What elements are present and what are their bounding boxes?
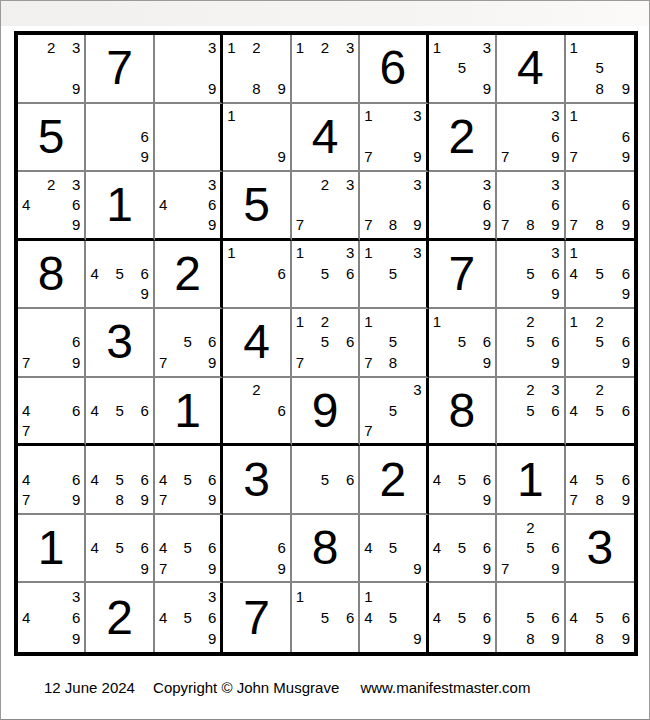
candidate-empty (570, 380, 590, 400)
cell-r7c6[interactable]: 2 (360, 446, 428, 515)
cell-r3c9[interactable]: 6789 (566, 172, 634, 241)
candidate-empty (335, 448, 354, 469)
candidate-9: 9 (472, 352, 491, 373)
candidate-empty (227, 380, 246, 400)
candidate-6: 6 (472, 332, 491, 353)
cell-r4c9[interactable]: 14569 (566, 241, 634, 310)
candidate-8: 8 (383, 352, 402, 373)
cell-r4c7[interactable]: 7 (429, 241, 497, 310)
candidate-5: 5 (110, 263, 129, 284)
cell-r3c2[interactable]: 1 (86, 172, 154, 241)
candidate-empty (570, 126, 590, 147)
candidate-2: 2 (521, 517, 540, 538)
candidate-5: 5 (110, 400, 129, 420)
candidate-empty (227, 400, 246, 420)
candidate-9: 9 (266, 558, 285, 579)
candidate-5: 5 (452, 332, 471, 353)
candidate-empty (90, 558, 109, 579)
candidate-empty (110, 126, 129, 147)
candidate-4: 4 (364, 537, 383, 558)
candidate-empty (610, 585, 630, 606)
candidate-empty (540, 585, 559, 606)
candidate-empty (247, 58, 266, 79)
candidate-3: 3 (540, 380, 559, 400)
cell-r4c5[interactable]: 1356 (292, 241, 360, 310)
cell-r9c8[interactable]: 5689 (497, 583, 565, 652)
candidate-empty (570, 174, 590, 194)
cell-r6c5[interactable]: 9 (292, 378, 360, 447)
cell-r9c3[interactable]: 34569 (155, 583, 223, 652)
cell-r7c3[interactable]: 45679 (155, 446, 223, 515)
candidate-empty (296, 194, 315, 214)
candidate-3: 3 (472, 37, 491, 58)
candidate-empty (178, 78, 197, 99)
candidate-5: 5 (383, 332, 402, 353)
cell-r5c5[interactable]: 12567 (292, 309, 360, 378)
cell-r7c4[interactable]: 3 (223, 446, 291, 515)
candidate-empty (364, 332, 383, 353)
cell-value: 7 (86, 35, 152, 102)
candidate-empty (61, 58, 80, 79)
candidate-empty (41, 214, 60, 234)
cell-r4c1[interactable]: 8 (18, 241, 86, 310)
cell-r5c4[interactable]: 4 (223, 309, 291, 378)
candidate-empty (227, 263, 246, 284)
candidate-9: 9 (197, 558, 216, 579)
cell-r4c6[interactable]: 135 (360, 241, 428, 310)
candidate-7: 7 (570, 147, 590, 168)
cell-candidates: 1379 (364, 106, 421, 168)
cell-r9c4[interactable]: 7 (223, 583, 291, 652)
cell-candidates: 16 (227, 243, 285, 305)
cell-r8c7[interactable]: 4569 (429, 515, 497, 584)
candidate-empty (315, 243, 334, 264)
candidate-empty (41, 607, 60, 628)
cell-r2c5[interactable]: 4 (292, 104, 360, 173)
cell-r8c8[interactable]: 25679 (497, 515, 565, 584)
cell-r5c6[interactable]: 1578 (360, 309, 428, 378)
candidate-empty (178, 37, 197, 58)
candidate-empty (90, 489, 109, 510)
candidate-empty (433, 214, 452, 234)
candidate-empty (159, 214, 178, 234)
candidate-6: 6 (540, 263, 559, 284)
candidate-empty (159, 585, 178, 606)
candidate-empty (22, 311, 41, 332)
candidate-empty (501, 585, 520, 606)
candidate-empty (610, 243, 630, 264)
candidate-5: 5 (178, 607, 197, 628)
candidate-9: 9 (472, 214, 491, 234)
cell-r3c4[interactable]: 5 (223, 172, 291, 241)
candidate-5: 5 (383, 537, 402, 558)
candidate-empty (570, 58, 590, 79)
candidate-3: 3 (197, 585, 216, 606)
candidate-4: 4 (433, 607, 452, 628)
cell-r8c3[interactable]: 45679 (155, 515, 223, 584)
candidate-empty (452, 585, 471, 606)
cell-r5c1[interactable]: 679 (18, 309, 86, 378)
cell-r2c7[interactable]: 2 (429, 104, 497, 173)
candidate-empty (403, 311, 422, 332)
candidate-empty (110, 380, 129, 400)
candidate-7: 7 (296, 214, 315, 234)
cell-r8c1[interactable]: 1 (18, 515, 86, 584)
cell-candidates: 45679 (159, 517, 216, 579)
candidate-empty (315, 489, 334, 510)
cell-candidates: 2356 (501, 380, 559, 441)
candidate-empty (178, 517, 197, 538)
cell-r8c6[interactable]: 459 (360, 515, 428, 584)
cell-r2c2[interactable]: 69 (86, 104, 154, 173)
candidate-9: 9 (403, 214, 422, 234)
candidate-empty (590, 194, 610, 214)
candidate-empty (159, 37, 178, 58)
candidate-8: 8 (590, 489, 610, 510)
candidate-6: 6 (197, 469, 216, 490)
cell-r1c4[interactable]: 1289 (223, 35, 291, 104)
candidate-empty (433, 194, 452, 214)
candidate-empty (501, 263, 520, 284)
cell-r3c1[interactable]: 23469 (18, 172, 86, 241)
candidate-4: 4 (159, 194, 178, 214)
candidate-6: 6 (335, 469, 354, 490)
cell-r3c5[interactable]: 237 (292, 172, 360, 241)
cell-r1c1[interactable]: 239 (18, 35, 86, 104)
cell-r2c1[interactable]: 5 (18, 104, 86, 173)
candidate-4: 4 (90, 537, 109, 558)
candidate-6: 6 (197, 194, 216, 214)
candidate-empty (22, 628, 41, 649)
candidate-empty (178, 311, 197, 332)
candidate-empty (610, 448, 630, 469)
candidate-2: 2 (521, 311, 540, 332)
cell-value: 1 (155, 378, 220, 444)
candidate-empty (41, 311, 60, 332)
candidate-9: 9 (197, 489, 216, 510)
candidate-empty (403, 352, 422, 373)
cell-candidates: 1289 (227, 37, 285, 99)
cell-r2c6[interactable]: 1379 (360, 104, 428, 173)
candidate-5: 5 (315, 607, 334, 628)
cell-r6c9[interactable]: 2456 (566, 378, 634, 447)
cell-value: 2 (155, 241, 220, 308)
candidate-empty (521, 585, 540, 606)
candidate-empty (22, 37, 41, 58)
candidate-empty (41, 78, 60, 99)
candidate-5: 5 (521, 607, 540, 628)
candidate-empty (335, 194, 354, 214)
candidate-empty (452, 628, 471, 649)
cell-r5c2[interactable]: 3 (86, 309, 154, 378)
candidate-empty (296, 489, 315, 510)
cell-r7c5[interactable]: 56 (292, 446, 360, 515)
candidate-empty (364, 126, 383, 147)
cell-candidates: 4569 (90, 243, 148, 305)
candidate-empty (452, 78, 471, 99)
candidate-6: 6 (610, 332, 630, 353)
cell-r9c7[interactable]: 4569 (429, 583, 497, 652)
cell-candidates: 4569 (433, 585, 491, 649)
candidate-empty (110, 147, 129, 168)
cell-r7c2[interactable]: 45689 (86, 446, 154, 515)
candidate-9: 9 (472, 628, 491, 649)
candidate-5: 5 (590, 607, 610, 628)
candidate-6: 6 (129, 126, 148, 147)
cell-r9c1[interactable]: 3469 (18, 583, 86, 652)
candidate-6: 6 (610, 263, 630, 284)
cell-r5c7[interactable]: 1569 (429, 309, 497, 378)
candidate-6: 6 (61, 400, 80, 420)
candidate-6: 6 (335, 607, 354, 628)
candidate-empty (383, 311, 402, 332)
candidate-4: 4 (570, 469, 590, 490)
candidate-9: 9 (129, 284, 148, 305)
candidate-empty (159, 311, 178, 332)
candidate-6: 6 (472, 537, 491, 558)
candidate-5: 5 (383, 400, 402, 420)
cell-r6c2[interactable]: 456 (86, 378, 154, 447)
candidate-empty (521, 352, 540, 373)
candidate-empty (590, 126, 610, 147)
cell-r7c9[interactable]: 456789 (566, 446, 634, 515)
candidate-3: 3 (197, 37, 216, 58)
candidate-1: 1 (570, 106, 590, 127)
candidate-empty (110, 558, 129, 579)
cell-value: 3 (566, 515, 634, 582)
cell-r5c8[interactable]: 2569 (497, 309, 565, 378)
cell-r6c4[interactable]: 26 (223, 378, 291, 447)
candidate-9: 9 (61, 352, 80, 373)
cell-value: 3 (223, 446, 289, 513)
candidate-empty (41, 628, 60, 649)
candidate-empty (266, 284, 285, 305)
candidate-5: 5 (383, 263, 402, 284)
candidate-9: 9 (61, 489, 80, 510)
candidate-empty (610, 58, 630, 79)
candidate-9: 9 (403, 628, 422, 649)
cell-r7c1[interactable]: 4679 (18, 446, 86, 515)
cell-candidates: 3469 (159, 174, 216, 235)
cell-r2c3[interactable] (155, 104, 223, 173)
cell-r6c1[interactable]: 467 (18, 378, 86, 447)
cell-value: 4 (497, 35, 563, 102)
candidate-empty (178, 558, 197, 579)
candidate-7: 7 (364, 352, 383, 373)
cell-candidates: 14569 (570, 243, 630, 305)
candidate-empty (364, 284, 383, 305)
cell-r2c4[interactable]: 19 (223, 104, 291, 173)
candidate-empty (570, 448, 590, 469)
cell-r7c7[interactable]: 4569 (429, 446, 497, 515)
cell-r8c5[interactable]: 8 (292, 515, 360, 584)
cell-r6c8[interactable]: 2356 (497, 378, 565, 447)
cell-r9c6[interactable]: 1459 (360, 583, 428, 652)
candidate-empty (296, 607, 315, 628)
cell-r3c7[interactable]: 369 (429, 172, 497, 241)
candidate-empty (266, 37, 285, 58)
candidate-empty (521, 420, 540, 440)
cell-r3c8[interactable]: 36789 (497, 172, 565, 241)
cell-candidates: 1356 (296, 243, 354, 305)
candidate-empty (247, 284, 266, 305)
candidate-empty (472, 517, 491, 538)
candidate-empty (247, 106, 266, 127)
cell-candidates: 3569 (501, 243, 559, 305)
candidate-empty (521, 106, 540, 127)
candidate-9: 9 (472, 558, 491, 579)
candidate-empty (501, 194, 520, 214)
candidate-7: 7 (22, 420, 41, 440)
candidate-empty (159, 517, 178, 538)
candidate-empty (61, 380, 80, 400)
candidate-1: 1 (227, 37, 246, 58)
cell-r2c9[interactable]: 1679 (566, 104, 634, 173)
candidate-empty (335, 628, 354, 649)
candidate-empty (197, 517, 216, 538)
cell-r9c5[interactable]: 156 (292, 583, 360, 652)
candidate-3: 3 (335, 37, 354, 58)
candidate-6: 6 (129, 400, 148, 420)
candidate-6: 6 (266, 400, 285, 420)
candidate-empty (364, 174, 383, 194)
candidate-empty (266, 58, 285, 79)
candidate-empty (433, 448, 452, 469)
cell-r8c4[interactable]: 69 (223, 515, 291, 584)
candidate-6: 6 (610, 607, 630, 628)
candidate-empty (433, 517, 452, 538)
candidate-2: 2 (41, 174, 60, 194)
cell-value: 7 (223, 583, 289, 652)
cell-r1c6[interactable]: 6 (360, 35, 428, 104)
candidate-9: 9 (266, 147, 285, 168)
candidate-empty (90, 420, 109, 440)
candidate-empty (178, 58, 197, 79)
cell-r4c8[interactable]: 3569 (497, 241, 565, 310)
candidate-empty (90, 147, 109, 168)
candidate-empty (227, 517, 246, 538)
candidate-3: 3 (197, 174, 216, 194)
cell-r1c8[interactable]: 4 (497, 35, 565, 104)
copyright-text: Copyright © John Musgrave (153, 679, 339, 696)
cell-r6c7[interactable]: 8 (429, 378, 497, 447)
candidate-5: 5 (110, 469, 129, 490)
cell-r1c5[interactable]: 123 (292, 35, 360, 104)
cell-r5c3[interactable]: 5679 (155, 309, 223, 378)
cell-r1c7[interactable]: 1359 (429, 35, 497, 104)
candidate-9: 9 (61, 78, 80, 99)
candidate-4: 4 (159, 469, 178, 490)
cell-r8c9[interactable]: 3 (566, 515, 634, 584)
candidate-1: 1 (570, 311, 590, 332)
candidate-empty (22, 78, 41, 99)
cell-candidates: 4569 (90, 517, 148, 579)
cell-value: 3 (86, 309, 152, 376)
candidate-empty (90, 284, 109, 305)
cell-r6c3[interactable]: 1 (155, 378, 223, 447)
candidate-7: 7 (570, 489, 590, 510)
cell-candidates: 1578 (364, 311, 421, 373)
cell-r3c3[interactable]: 3469 (155, 172, 223, 241)
candidate-empty (22, 380, 41, 400)
cell-r8c2[interactable]: 4569 (86, 515, 154, 584)
candidate-empty (472, 58, 491, 79)
candidate-6: 6 (472, 469, 491, 490)
candidate-7: 7 (501, 214, 520, 234)
website-text: www.manifestmaster.com (360, 679, 530, 696)
cell-r7c8[interactable]: 1 (497, 446, 565, 515)
candidate-6: 6 (61, 332, 80, 353)
candidate-empty (266, 126, 285, 147)
cell-r6c6[interactable]: 357 (360, 378, 428, 447)
candidate-empty (590, 37, 610, 58)
candidate-1: 1 (227, 243, 246, 264)
cell-r2c8[interactable]: 3679 (497, 104, 565, 173)
candidate-empty (41, 420, 60, 440)
cell-r5c9[interactable]: 12569 (566, 309, 634, 378)
cell-r1c2[interactable]: 7 (86, 35, 154, 104)
candidate-empty (296, 469, 315, 490)
candidate-empty (22, 58, 41, 79)
cell-value: 8 (429, 378, 495, 444)
candidate-9: 9 (197, 628, 216, 649)
candidate-empty (315, 78, 334, 99)
cell-candidates: 12567 (296, 311, 354, 373)
candidate-empty (296, 448, 315, 469)
candidate-empty (22, 332, 41, 353)
candidate-1: 1 (296, 243, 315, 264)
candidate-empty (197, 147, 216, 168)
cell-value: 7 (429, 241, 495, 308)
candidate-empty (159, 332, 178, 353)
cell-r1c9[interactable]: 1589 (566, 35, 634, 104)
candidate-4: 4 (364, 607, 383, 628)
cell-r4c4[interactable]: 16 (223, 241, 291, 310)
candidate-empty (227, 126, 246, 147)
candidate-empty (452, 194, 471, 214)
cell-r9c9[interactable]: 45689 (566, 583, 634, 652)
cell-r4c2[interactable]: 4569 (86, 241, 154, 310)
candidate-empty (227, 537, 246, 558)
candidate-2: 2 (41, 37, 60, 58)
candidate-empty (570, 628, 590, 649)
cell-r4c3[interactable]: 2 (155, 241, 223, 310)
candidate-empty (501, 628, 520, 649)
candidate-9: 9 (610, 284, 630, 305)
cell-candidates: 12569 (570, 311, 630, 373)
candidate-3: 3 (61, 174, 80, 194)
candidate-empty (22, 585, 41, 606)
candidate-empty (41, 448, 60, 469)
cell-r1c3[interactable]: 39 (155, 35, 223, 104)
candidate-6: 6 (129, 263, 148, 284)
candidate-empty (501, 517, 520, 538)
candidate-5: 5 (383, 607, 402, 628)
candidate-empty (335, 58, 354, 79)
candidate-1: 1 (296, 37, 315, 58)
candidate-4: 4 (22, 194, 41, 214)
cell-r9c2[interactable]: 2 (86, 583, 154, 652)
candidate-1: 1 (570, 37, 590, 58)
candidate-empty (197, 311, 216, 332)
cell-r3c6[interactable]: 3789 (360, 172, 428, 241)
cell-candidates: 4569 (433, 517, 491, 579)
candidate-empty (472, 311, 491, 332)
cell-value: 1 (18, 515, 84, 582)
cell-value: 2 (86, 583, 152, 652)
candidate-empty (178, 628, 197, 649)
candidate-empty (335, 284, 354, 305)
